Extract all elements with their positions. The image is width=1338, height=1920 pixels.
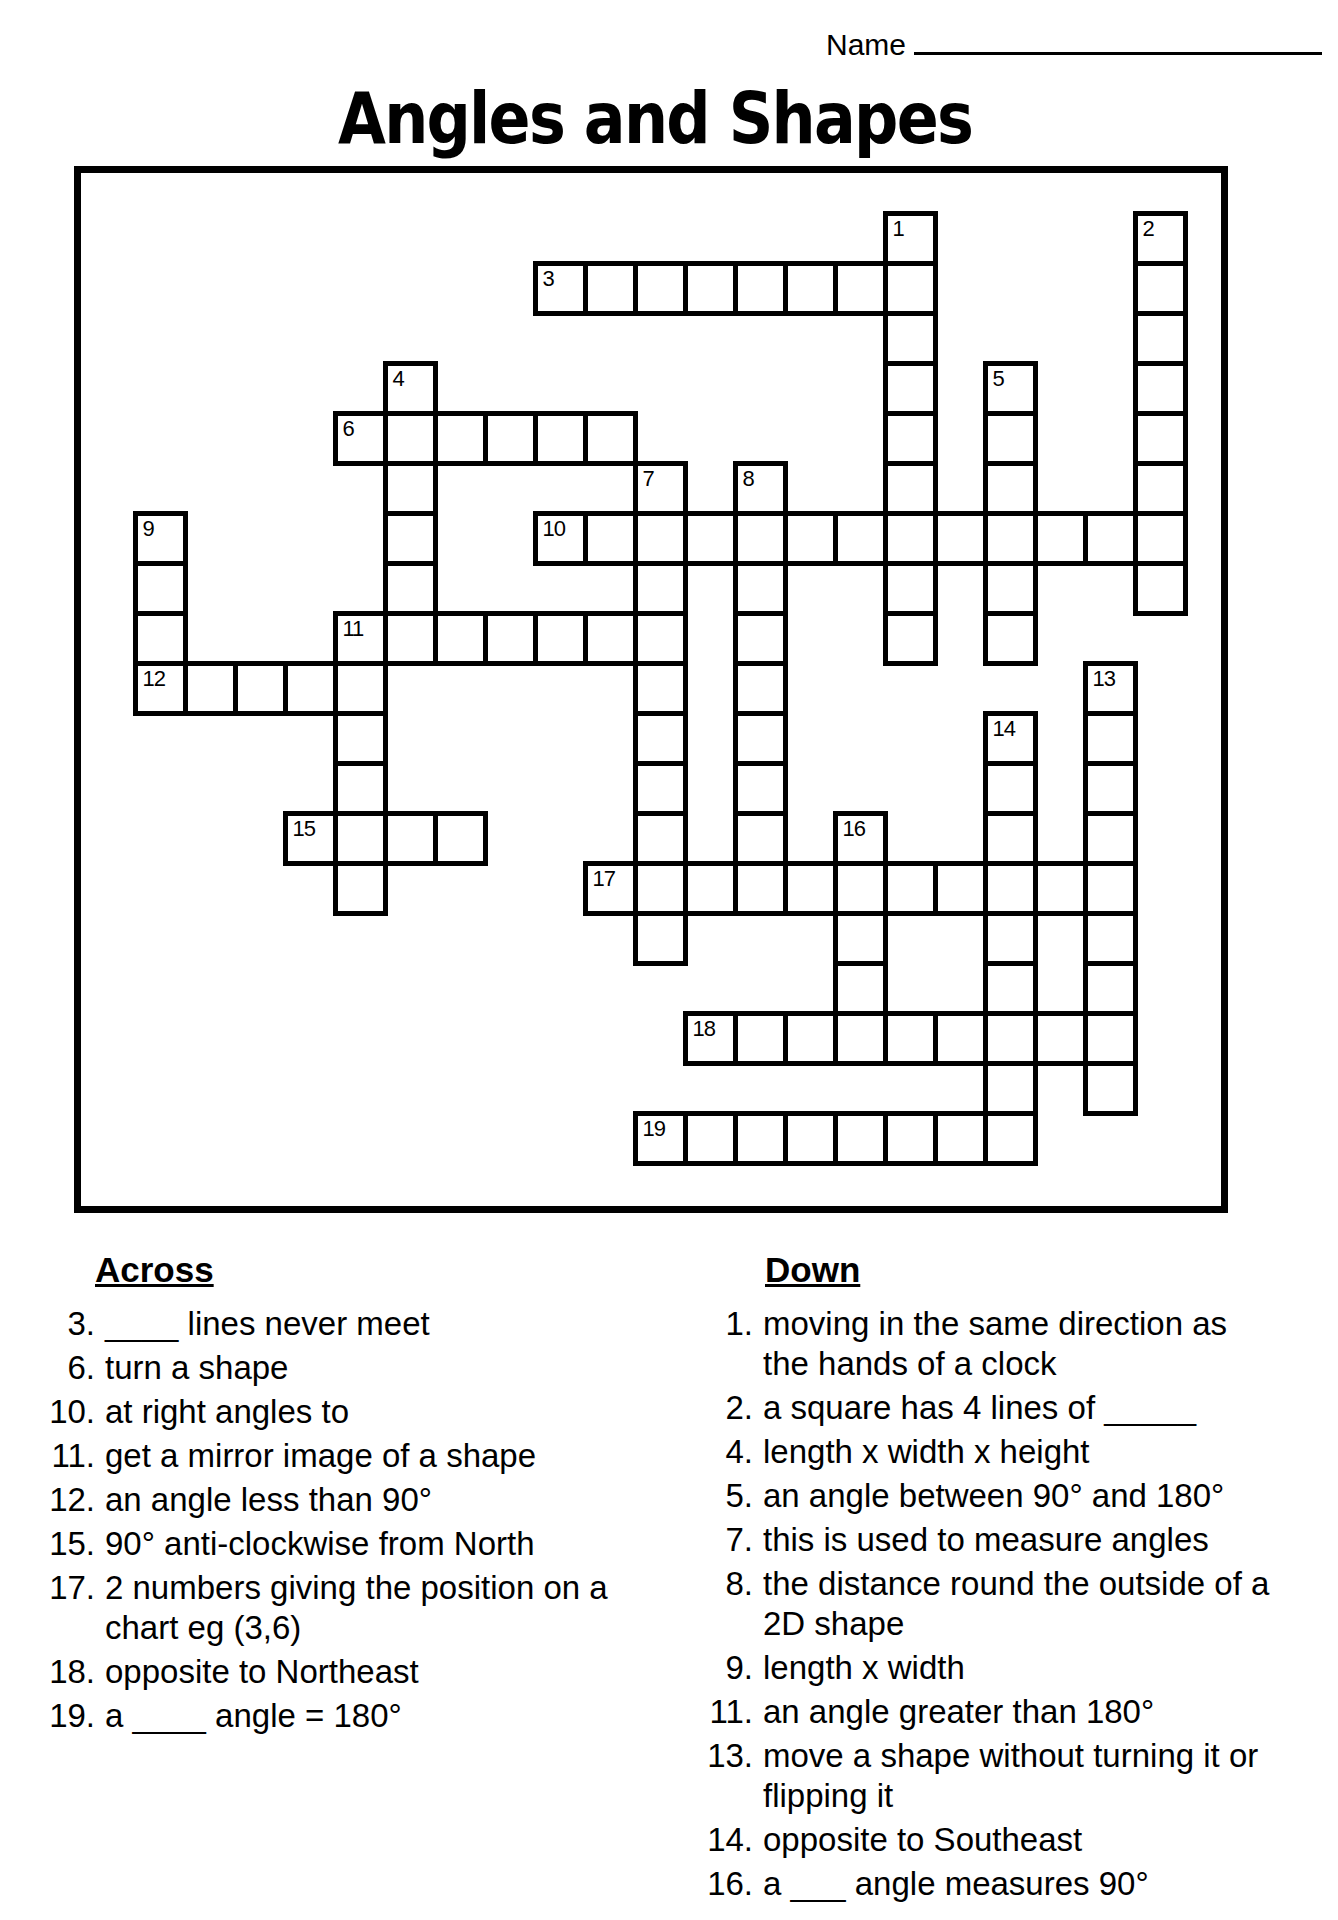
clue-down-1: 1.moving in the same direction as the ha…: [705, 1304, 1305, 1384]
cell-number-12: 12: [143, 667, 165, 691]
grid-cell-r10c10[interactable]: [633, 711, 688, 766]
grid-cell-r9c1[interactable]: [183, 661, 238, 716]
grid-cell-r12c14[interactable]: 16: [833, 811, 888, 866]
grid-cell-r17c17[interactable]: [983, 1061, 1038, 1116]
grid-cell-r16c18[interactable]: [1033, 1011, 1088, 1066]
grid-cell-r4c15[interactable]: [883, 411, 938, 466]
clue-down-9: 9.length x width: [705, 1648, 1305, 1688]
grid-cell-r0c20[interactable]: 2: [1133, 211, 1188, 266]
grid-cell-r6c20[interactable]: [1133, 511, 1188, 566]
grid-cell-r18c17[interactable]: [983, 1111, 1038, 1166]
cell-number-1: 1: [893, 217, 904, 241]
clue-number: 17.: [35, 1568, 95, 1648]
grid-cell-r4c4[interactable]: 6: [333, 411, 388, 466]
grid-cell-r13c11[interactable]: [683, 861, 738, 916]
grid-cell-r8c9[interactable]: [583, 611, 638, 666]
grid-cell-r9c10[interactable]: [633, 661, 688, 716]
grid-cell-r16c17[interactable]: [983, 1011, 1038, 1066]
grid-cell-r18c15[interactable]: [883, 1111, 938, 1166]
grid-cell-r5c20[interactable]: [1133, 461, 1188, 516]
cell-number-10: 10: [543, 517, 565, 541]
cell-number-15: 15: [293, 817, 315, 841]
clue-text: length x width: [763, 1648, 1305, 1688]
grid-cell-r8c15[interactable]: [883, 611, 938, 666]
clue-text: 90° anti-clockwise from North: [105, 1524, 647, 1564]
grid-cell-r1c9[interactable]: [583, 261, 638, 316]
grid-cell-r16c14[interactable]: [833, 1011, 888, 1066]
grid-cell-r13c9[interactable]: 17: [583, 861, 638, 916]
cell-number-5: 5: [993, 367, 1004, 391]
clue-text: an angle between 90° and 180°: [763, 1476, 1305, 1516]
clue-down-14: 14.opposite to Southeast: [705, 1820, 1305, 1860]
grid-cell-r15c17[interactable]: [983, 961, 1038, 1016]
clue-number: 19.: [35, 1696, 95, 1736]
grid-cell-r5c10[interactable]: 7: [633, 461, 688, 516]
grid-cell-r4c17[interactable]: [983, 411, 1038, 466]
grid-cell-r7c12[interactable]: [733, 561, 788, 616]
across-heading: Across: [95, 1250, 647, 1290]
clue-number: 7.: [705, 1520, 753, 1560]
clue-text: an angle less than 90°: [105, 1480, 647, 1520]
grid-cell-r12c4[interactable]: [333, 811, 388, 866]
clue-across-19: 19.a ____ angle = 180°: [35, 1696, 647, 1736]
cell-number-11: 11: [343, 617, 364, 641]
grid-cell-r16c13[interactable]: [783, 1011, 838, 1066]
cell-number-13: 13: [1093, 667, 1115, 691]
down-clues-section: Down 1.moving in the same direction as t…: [705, 1250, 1305, 1908]
cell-number-3: 3: [543, 267, 554, 291]
cell-number-16: 16: [843, 817, 865, 841]
clue-text: this is used to measure angles: [763, 1520, 1305, 1560]
clue-across-11: 11.get a mirror image of a shape: [35, 1436, 647, 1476]
clue-down-16: 16.a ___ angle measures 90°: [705, 1864, 1305, 1904]
grid-cell-r4c5[interactable]: [383, 411, 438, 466]
cell-number-6: 6: [343, 417, 354, 441]
grid-cell-r1c10[interactable]: [633, 261, 688, 316]
grid-cell-r8c6[interactable]: [433, 611, 488, 666]
grid-cell-r18c12[interactable]: [733, 1111, 788, 1166]
grid-cell-r1c20[interactable]: [1133, 261, 1188, 316]
grid-cell-r17c19[interactable]: [1083, 1061, 1138, 1116]
cell-number-9: 9: [143, 517, 154, 541]
grid-cell-r18c10[interactable]: 19: [633, 1111, 688, 1166]
grid-cell-r8c8[interactable]: [533, 611, 588, 666]
grid-cell-r0c15[interactable]: 1: [883, 211, 938, 266]
grid-cell-r16c15[interactable]: [883, 1011, 938, 1066]
grid-cell-r13c4[interactable]: [333, 861, 388, 916]
grid-cell-r6c9[interactable]: [583, 511, 638, 566]
grid-cell-r9c19[interactable]: 13: [1083, 661, 1138, 716]
clue-text: 2 numbers giving the position on a chart…: [105, 1568, 647, 1648]
grid-cell-r18c11[interactable]: [683, 1111, 738, 1166]
clue-across-18: 18.opposite to Northeast: [35, 1652, 647, 1692]
grid-cell-r13c18[interactable]: [1033, 861, 1088, 916]
cell-number-17: 17: [593, 867, 615, 891]
grid-cell-r14c10[interactable]: [633, 911, 688, 966]
grid-cell-r16c11[interactable]: 18: [683, 1011, 738, 1066]
grid-cell-r6c17[interactable]: [983, 511, 1038, 566]
grid-cell-r8c4[interactable]: 11: [333, 611, 388, 666]
grid-cell-r18c13[interactable]: [783, 1111, 838, 1166]
cell-number-14: 14: [993, 717, 1015, 741]
grid-cell-r14c19[interactable]: [1083, 911, 1138, 966]
grid-cell-r7c10[interactable]: [633, 561, 688, 616]
grid-cell-r8c0[interactable]: [133, 611, 188, 666]
grid-cell-r6c13[interactable]: [783, 511, 838, 566]
grid-cell-r9c2[interactable]: [233, 661, 288, 716]
grid-cell-r6c14[interactable]: [833, 511, 888, 566]
clue-down-8: 8.the distance round the outside of a 2D…: [705, 1564, 1305, 1644]
grid-cell-r18c14[interactable]: [833, 1111, 888, 1166]
grid-cell-r6c12[interactable]: [733, 511, 788, 566]
grid-cell-r2c15[interactable]: [883, 311, 938, 366]
grid-cell-r11c17[interactable]: [983, 761, 1038, 816]
grid-cell-r6c5[interactable]: [383, 511, 438, 566]
clue-number: 18.: [35, 1652, 95, 1692]
grid-cell-r1c11[interactable]: [683, 261, 738, 316]
clue-down-7: 7.this is used to measure angles: [705, 1520, 1305, 1560]
clue-text: a square has 4 lines of _____: [763, 1388, 1305, 1428]
clue-text: a ____ angle = 180°: [105, 1696, 647, 1736]
clue-number: 4.: [705, 1432, 753, 1472]
clue-down-11: 11.an angle greater than 180°: [705, 1692, 1305, 1732]
grid-cell-r5c17[interactable]: [983, 461, 1038, 516]
clue-number: 11.: [35, 1436, 95, 1476]
grid-cell-r4c7[interactable]: [483, 411, 538, 466]
clue-across-12: 12.an angle less than 90°: [35, 1480, 647, 1520]
grid-cell-r11c12[interactable]: [733, 761, 788, 816]
grid-cell-r1c8[interactable]: 3: [533, 261, 588, 316]
grid-cell-r4c8[interactable]: [533, 411, 588, 466]
cell-number-2: 2: [1143, 217, 1154, 241]
grid-cell-r13c10[interactable]: [633, 861, 688, 916]
grid-cell-r14c14[interactable]: [833, 911, 888, 966]
grid-cell-r3c15[interactable]: [883, 361, 938, 416]
grid-cell-r3c17[interactable]: 5: [983, 361, 1038, 416]
clue-down-13: 13.move a shape without turning it or fl…: [705, 1736, 1305, 1816]
clue-text: an angle greater than 180°: [763, 1692, 1305, 1732]
across-clues-section: Across 3.____ lines never meet6.turn a s…: [35, 1250, 647, 1740]
grid-cell-r6c11[interactable]: [683, 511, 738, 566]
grid-cell-r3c5[interactable]: 4: [383, 361, 438, 416]
grid-cell-r16c16[interactable]: [933, 1011, 988, 1066]
grid-cell-r6c0[interactable]: 9: [133, 511, 188, 566]
grid-cell-r12c17[interactable]: [983, 811, 1038, 866]
grid-cell-r1c13[interactable]: [783, 261, 838, 316]
cell-number-7: 7: [643, 467, 654, 491]
grid-cell-r6c16[interactable]: [933, 511, 988, 566]
grid-cell-r4c9[interactable]: [583, 411, 638, 466]
grid-cell-r9c0[interactable]: 12: [133, 661, 188, 716]
clue-text: opposite to Southeast: [763, 1820, 1305, 1860]
grid-cell-r16c12[interactable]: [733, 1011, 788, 1066]
clue-number: 13.: [705, 1736, 753, 1816]
grid-cell-r9c3[interactable]: [283, 661, 338, 716]
grid-cell-r5c15[interactable]: [883, 461, 938, 516]
grid-cell-r15c14[interactable]: [833, 961, 888, 1016]
clue-number: 3.: [35, 1304, 95, 1344]
clue-number: 14.: [705, 1820, 753, 1860]
name-field-row: Name: [826, 22, 1322, 62]
grid-cell-r11c19[interactable]: [1083, 761, 1138, 816]
grid-cell-r2c20[interactable]: [1133, 311, 1188, 366]
grid-cell-r15c19[interactable]: [1083, 961, 1138, 1016]
clue-text: get a mirror image of a shape: [105, 1436, 647, 1476]
grid-cell-r8c12[interactable]: [733, 611, 788, 666]
clue-down-4: 4.length x width x height: [705, 1432, 1305, 1472]
clue-number: 11.: [705, 1692, 753, 1732]
clue-text: the distance round the outside of a 2D s…: [763, 1564, 1305, 1644]
clue-number: 16.: [705, 1864, 753, 1904]
grid-cell-r12c3[interactable]: 15: [283, 811, 338, 866]
grid-cell-r12c6[interactable]: [433, 811, 488, 866]
name-input-line[interactable]: [914, 22, 1322, 55]
page-title: Angles and Shapes: [338, 76, 972, 160]
grid-cell-r7c15[interactable]: [883, 561, 938, 616]
grid-cell-r8c5[interactable]: [383, 611, 438, 666]
grid-cell-r13c16[interactable]: [933, 861, 988, 916]
clue-text: ____ lines never meet: [105, 1304, 647, 1344]
grid-cell-r3c20[interactable]: [1133, 361, 1188, 416]
across-clue-list: 3.____ lines never meet6.turn a shape10.…: [35, 1304, 647, 1736]
cell-number-4: 4: [393, 367, 404, 391]
grid-cell-r7c20[interactable]: [1133, 561, 1188, 616]
clue-number: 10.: [35, 1392, 95, 1432]
grid-cell-r4c20[interactable]: [1133, 411, 1188, 466]
grid-cell-r5c5[interactable]: [383, 461, 438, 516]
clue-text: opposite to Northeast: [105, 1652, 647, 1692]
grid-cell-r18c16[interactable]: [933, 1111, 988, 1166]
grid-cell-r10c4[interactable]: [333, 711, 388, 766]
grid-cell-r7c0[interactable]: [133, 561, 188, 616]
clue-number: 8.: [705, 1564, 753, 1644]
grid-cell-r11c4[interactable]: [333, 761, 388, 816]
clue-number: 1.: [705, 1304, 753, 1384]
clue-across-17: 17.2 numbers giving the position on a ch…: [35, 1568, 647, 1648]
grid-cell-r1c15[interactable]: [883, 261, 938, 316]
down-clue-list: 1.moving in the same direction as the ha…: [705, 1304, 1305, 1904]
clue-text: a ___ angle measures 90°: [763, 1864, 1305, 1904]
clue-across-3: 3.____ lines never meet: [35, 1304, 647, 1344]
grid-cell-r13c13[interactable]: [783, 861, 838, 916]
grid-cell-r5c12[interactable]: 8: [733, 461, 788, 516]
grid-cell-r11c10[interactable]: [633, 761, 688, 816]
clue-number: 15.: [35, 1524, 95, 1564]
cell-number-19: 19: [643, 1117, 665, 1141]
clue-text: move a shape without turning it or flipp…: [763, 1736, 1305, 1816]
grid-cell-r10c19[interactable]: [1083, 711, 1138, 766]
clue-across-10: 10.at right angles to: [35, 1392, 647, 1432]
clue-down-5: 5.an angle between 90° and 180°: [705, 1476, 1305, 1516]
grid-cell-r1c14[interactable]: [833, 261, 888, 316]
grid-cell-r6c8[interactable]: 10: [533, 511, 588, 566]
grid-cell-r13c19[interactable]: [1083, 861, 1138, 916]
grid-cell-r12c5[interactable]: [383, 811, 438, 866]
grid-cell-r13c14[interactable]: [833, 861, 888, 916]
grid-cell-r6c10[interactable]: [633, 511, 688, 566]
clue-across-15: 15.90° anti-clockwise from North: [35, 1524, 647, 1564]
grid-cell-r7c17[interactable]: [983, 561, 1038, 616]
grid-cell-r6c19[interactable]: [1083, 511, 1138, 566]
down-heading: Down: [765, 1250, 1305, 1290]
clue-text: at right angles to: [105, 1392, 647, 1432]
grid-cell-r6c15[interactable]: [883, 511, 938, 566]
clue-number: 6.: [35, 1348, 95, 1388]
grid-cell-r12c10[interactable]: [633, 811, 688, 866]
clue-number: 2.: [705, 1388, 753, 1428]
grid-cell-r8c10[interactable]: [633, 611, 688, 666]
grid-cell-r10c17[interactable]: 14: [983, 711, 1038, 766]
clue-number: 9.: [705, 1648, 753, 1688]
grid-cell-r13c15[interactable]: [883, 861, 938, 916]
grid-cell-r7c5[interactable]: [383, 561, 438, 616]
grid-cell-r8c17[interactable]: [983, 611, 1038, 666]
clue-across-6: 6.turn a shape: [35, 1348, 647, 1388]
clue-down-2: 2.a square has 4 lines of _____: [705, 1388, 1305, 1428]
grid-cell-r14c17[interactable]: [983, 911, 1038, 966]
grid-cell-r9c12[interactable]: [733, 661, 788, 716]
clue-text: length x width x height: [763, 1432, 1305, 1472]
grid-cell-r12c12[interactable]: [733, 811, 788, 866]
grid-cell-r8c7[interactable]: [483, 611, 538, 666]
cell-number-8: 8: [743, 467, 754, 491]
grid-cell-r1c12[interactable]: [733, 261, 788, 316]
clue-text: turn a shape: [105, 1348, 647, 1388]
grid-cell-r13c17[interactable]: [983, 861, 1038, 916]
clue-number: 12.: [35, 1480, 95, 1520]
grid-cell-r13c12[interactable]: [733, 861, 788, 916]
grid-cell-r10c12[interactable]: [733, 711, 788, 766]
grid-cell-r6c18[interactable]: [1033, 511, 1088, 566]
clue-number: 5.: [705, 1476, 753, 1516]
grid-cell-r9c4[interactable]: [333, 661, 388, 716]
name-label: Name: [826, 28, 906, 61]
clue-text: moving in the same direction as the hand…: [763, 1304, 1305, 1384]
cell-number-18: 18: [693, 1017, 715, 1041]
grid-cell-r12c19[interactable]: [1083, 811, 1138, 866]
grid-cell-r16c19[interactable]: [1083, 1011, 1138, 1066]
grid-cell-r4c6[interactable]: [433, 411, 488, 466]
